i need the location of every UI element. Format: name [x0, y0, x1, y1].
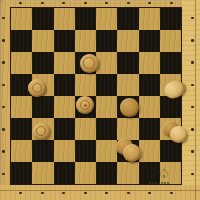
checker-piece-h5[interactable]: [161, 77, 187, 101]
crown-ring-stamp: [83, 57, 94, 68]
checker-piece-f4[interactable]: [120, 98, 139, 117]
checkers-board-photo: ♤♤: [0, 0, 200, 200]
stamp-center-dot: [84, 104, 87, 107]
checker-piece-b3[interactable]: [33, 123, 50, 140]
crown-ring-stamp: [36, 126, 46, 136]
checker-piece-h3[interactable]: [170, 126, 187, 143]
checker-piece-d4[interactable]: [76, 96, 94, 114]
checker-piece-d6[interactable]: [80, 54, 99, 73]
checker-piece-f2[interactable]: [123, 144, 141, 162]
pieces-layer: [0, 0, 200, 200]
crown-ring-stamp: [32, 83, 42, 93]
checker-piece-b5[interactable]: [28, 79, 46, 97]
